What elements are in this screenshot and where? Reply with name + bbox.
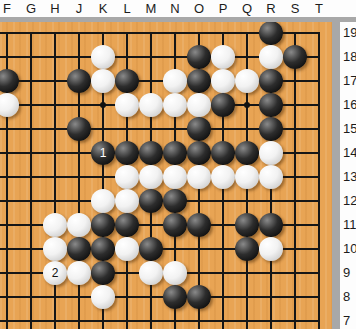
top-separator: [0, 17, 356, 22]
grid-hline-7: [0, 320, 320, 322]
black-stone-j10: [67, 237, 91, 261]
row-label-19: 19: [343, 25, 356, 41]
black-stone-m10: [139, 237, 163, 261]
white-stone-p17: [211, 69, 235, 93]
black-stone-r19: [259, 21, 283, 45]
white-stone-h11: [43, 213, 67, 237]
column-label-j: J: [67, 1, 91, 16]
column-label-g: G: [19, 1, 43, 16]
white-stone-p18: [211, 45, 235, 69]
column-label-m: M: [139, 1, 163, 16]
black-stone-k14-marked: 1: [91, 141, 115, 165]
column-label-h: H: [43, 1, 67, 16]
column-label-q: Q: [235, 1, 259, 16]
black-stone-r15: [259, 117, 283, 141]
black-stone-n12: [163, 189, 187, 213]
go-board-screenshot: FGHJKLMNOPQRST1918171615141312111098712: [0, 0, 356, 329]
row-label-7: 7: [343, 313, 356, 329]
white-stone-r10: [259, 237, 283, 261]
white-stone-n9: [163, 261, 187, 285]
column-label-r: R: [259, 1, 283, 16]
white-stone-n17: [163, 69, 187, 93]
white-stone-o13: [187, 165, 211, 189]
white-stone-n13: [163, 165, 187, 189]
black-stone-k10: [91, 237, 115, 261]
black-stone-p14: [211, 141, 235, 165]
white-stone-k17: [91, 69, 115, 93]
black-stone-q11: [235, 213, 259, 237]
white-stone-l16: [115, 93, 139, 117]
right-separator: [332, 22, 340, 329]
white-stone-q13: [235, 165, 259, 189]
white-stone-m16: [139, 93, 163, 117]
black-stone-r11: [259, 213, 283, 237]
white-stone-r13: [259, 165, 283, 189]
row-label-15: 15: [343, 121, 356, 137]
white-stone-o16: [187, 93, 211, 117]
row-label-18: 18: [343, 49, 356, 65]
row-label-16: 16: [343, 97, 356, 113]
grid-vline-G: [30, 32, 32, 329]
white-stone-l10: [115, 237, 139, 261]
white-stone-h10: [43, 237, 67, 261]
white-stone-n16: [163, 93, 187, 117]
black-stone-o18: [187, 45, 211, 69]
white-stone-j9: [67, 261, 91, 285]
column-label-o: O: [187, 1, 211, 16]
black-stone-l17: [115, 69, 139, 93]
column-label-f: F: [0, 1, 19, 16]
white-stone-r18: [259, 45, 283, 69]
column-label-l: L: [115, 1, 139, 16]
grid-hline-8: [0, 296, 320, 298]
black-stone-o8: [187, 285, 211, 309]
black-stone-m14: [139, 141, 163, 165]
black-stone-j17: [67, 69, 91, 93]
black-stone-p16: [211, 93, 235, 117]
black-stone-o11: [187, 213, 211, 237]
white-stone-h9-marked: 2: [43, 261, 67, 285]
black-stone-s18: [283, 45, 307, 69]
white-stone-l12: [115, 189, 139, 213]
row-label-11: 11: [343, 217, 356, 233]
white-stone-j11: [67, 213, 91, 237]
white-stone-m9: [139, 261, 163, 285]
black-stone-q14: [235, 141, 259, 165]
column-label-t: T: [307, 1, 331, 16]
white-stone-k18: [91, 45, 115, 69]
black-stone-o14: [187, 141, 211, 165]
row-label-8: 8: [343, 289, 356, 305]
black-stone-n11: [163, 213, 187, 237]
black-stone-m12: [139, 189, 163, 213]
white-stone-q17: [235, 69, 259, 93]
black-stone-q10: [235, 237, 259, 261]
black-stone-r17: [259, 69, 283, 93]
column-label-s: S: [283, 1, 307, 16]
black-stone-n8: [163, 285, 187, 309]
hoshi-k16: [100, 102, 106, 108]
grid-vline-T: [318, 32, 320, 329]
black-stone-n14: [163, 141, 187, 165]
grid-vline-S: [294, 32, 296, 329]
row-label-10: 10: [343, 241, 356, 257]
hoshi-q16: [244, 102, 250, 108]
black-stone-r16: [259, 93, 283, 117]
black-stone-l14: [115, 141, 139, 165]
row-label-17: 17: [343, 73, 356, 89]
black-stone-l11: [115, 213, 139, 237]
row-label-13: 13: [343, 169, 356, 185]
white-stone-l13: [115, 165, 139, 189]
row-label-14: 14: [343, 145, 356, 161]
white-stone-m13: [139, 165, 163, 189]
black-stone-k11: [91, 213, 115, 237]
black-stone-o17: [187, 69, 211, 93]
column-label-p: P: [211, 1, 235, 16]
row-label-9: 9: [343, 265, 356, 281]
black-stone-k9: [91, 261, 115, 285]
row-label-12: 12: [343, 193, 356, 209]
black-stone-o15: [187, 117, 211, 141]
white-stone-p13: [211, 165, 235, 189]
white-stone-r14: [259, 141, 283, 165]
black-stone-j15: [67, 117, 91, 141]
white-stone-k8: [91, 285, 115, 309]
column-label-k: K: [91, 1, 115, 16]
column-label-n: N: [163, 1, 187, 16]
white-stone-k12: [91, 189, 115, 213]
